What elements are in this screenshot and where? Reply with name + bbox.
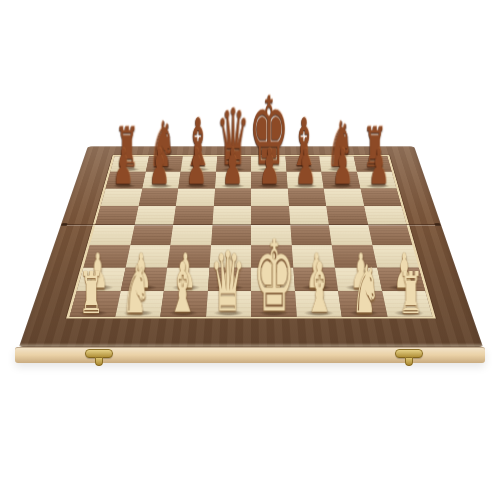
board-grid: ♜♞♝♛♚♝♞♜♟♟♟♟♟♟♟♟♟♟♟♟♟♟♟♟♜♞♝♛♚♝♞♜: [70, 156, 433, 317]
piece-black-pawn[interactable]: ♟: [186, 143, 207, 192]
piece-white-knight[interactable]: ♞: [122, 256, 150, 322]
piece-black-pawn[interactable]: ♟: [369, 143, 390, 192]
square-a5[interactable]: [95, 206, 138, 225]
square-b4[interactable]: [130, 225, 173, 245]
product-photo-background: ♜♞♝♛♚♝♞♜♟♟♟♟♟♟♟♟♟♟♟♟♟♟♟♟♜♞♝♛♚♝♞♜: [0, 0, 500, 500]
piece-black-pawn[interactable]: ♟: [112, 143, 133, 192]
piece-white-queen[interactable]: ♛: [210, 241, 245, 324]
square-d1[interactable]: ♛: [206, 291, 251, 317]
piece-white-bishop[interactable]: ♝: [305, 254, 334, 323]
square-g1[interactable]: ♞: [338, 291, 387, 317]
piece-white-king[interactable]: ♚: [253, 227, 295, 325]
square-b5[interactable]: [134, 206, 176, 225]
square-c5[interactable]: [173, 206, 213, 225]
square-e1[interactable]: ♚: [251, 291, 296, 317]
piece-black-pawn[interactable]: ♟: [222, 143, 243, 192]
piece-black-pawn[interactable]: ♟: [332, 143, 353, 192]
square-h5[interactable]: [364, 206, 407, 225]
square-c1[interactable]: ♝: [160, 291, 207, 317]
square-a7[interactable]: ♟: [106, 172, 146, 189]
piece-white-rook[interactable]: ♜: [399, 264, 424, 322]
piece-black-pawn[interactable]: ♟: [149, 143, 170, 192]
square-f4[interactable]: [290, 225, 332, 245]
piece-white-bishop[interactable]: ♝: [168, 254, 197, 323]
square-b1[interactable]: ♞: [115, 291, 164, 317]
brass-clasp-icon: [85, 349, 113, 358]
chess-board: ♜♞♝♛♚♝♞♜♟♟♟♟♟♟♟♟♟♟♟♟♟♟♟♟♜♞♝♛♚♝♞♜: [19, 146, 483, 347]
square-g5[interactable]: [326, 206, 368, 225]
piece-white-knight[interactable]: ♞: [351, 256, 379, 322]
chessboard-scene: ♜♞♝♛♚♝♞♜♟♟♟♟♟♟♟♟♟♟♟♟♟♟♟♟♜♞♝♛♚♝♞♜: [0, 0, 500, 500]
square-g4[interactable]: [329, 225, 372, 245]
square-h1[interactable]: ♜: [382, 291, 433, 317]
folding-seam: [62, 224, 440, 225]
brass-clasp-icon: [395, 349, 423, 358]
square-h4[interactable]: [368, 225, 413, 245]
square-f1[interactable]: ♝: [295, 291, 342, 317]
square-a1[interactable]: ♜: [70, 291, 121, 317]
square-c4[interactable]: [170, 225, 212, 245]
square-a4[interactable]: [90, 225, 135, 245]
piece-black-pawn[interactable]: ♟: [295, 143, 316, 192]
piece-white-rook[interactable]: ♜: [79, 264, 104, 322]
box-front-side: [15, 347, 485, 363]
piece-black-pawn[interactable]: ♟: [259, 143, 280, 192]
square-d5[interactable]: [212, 206, 251, 225]
